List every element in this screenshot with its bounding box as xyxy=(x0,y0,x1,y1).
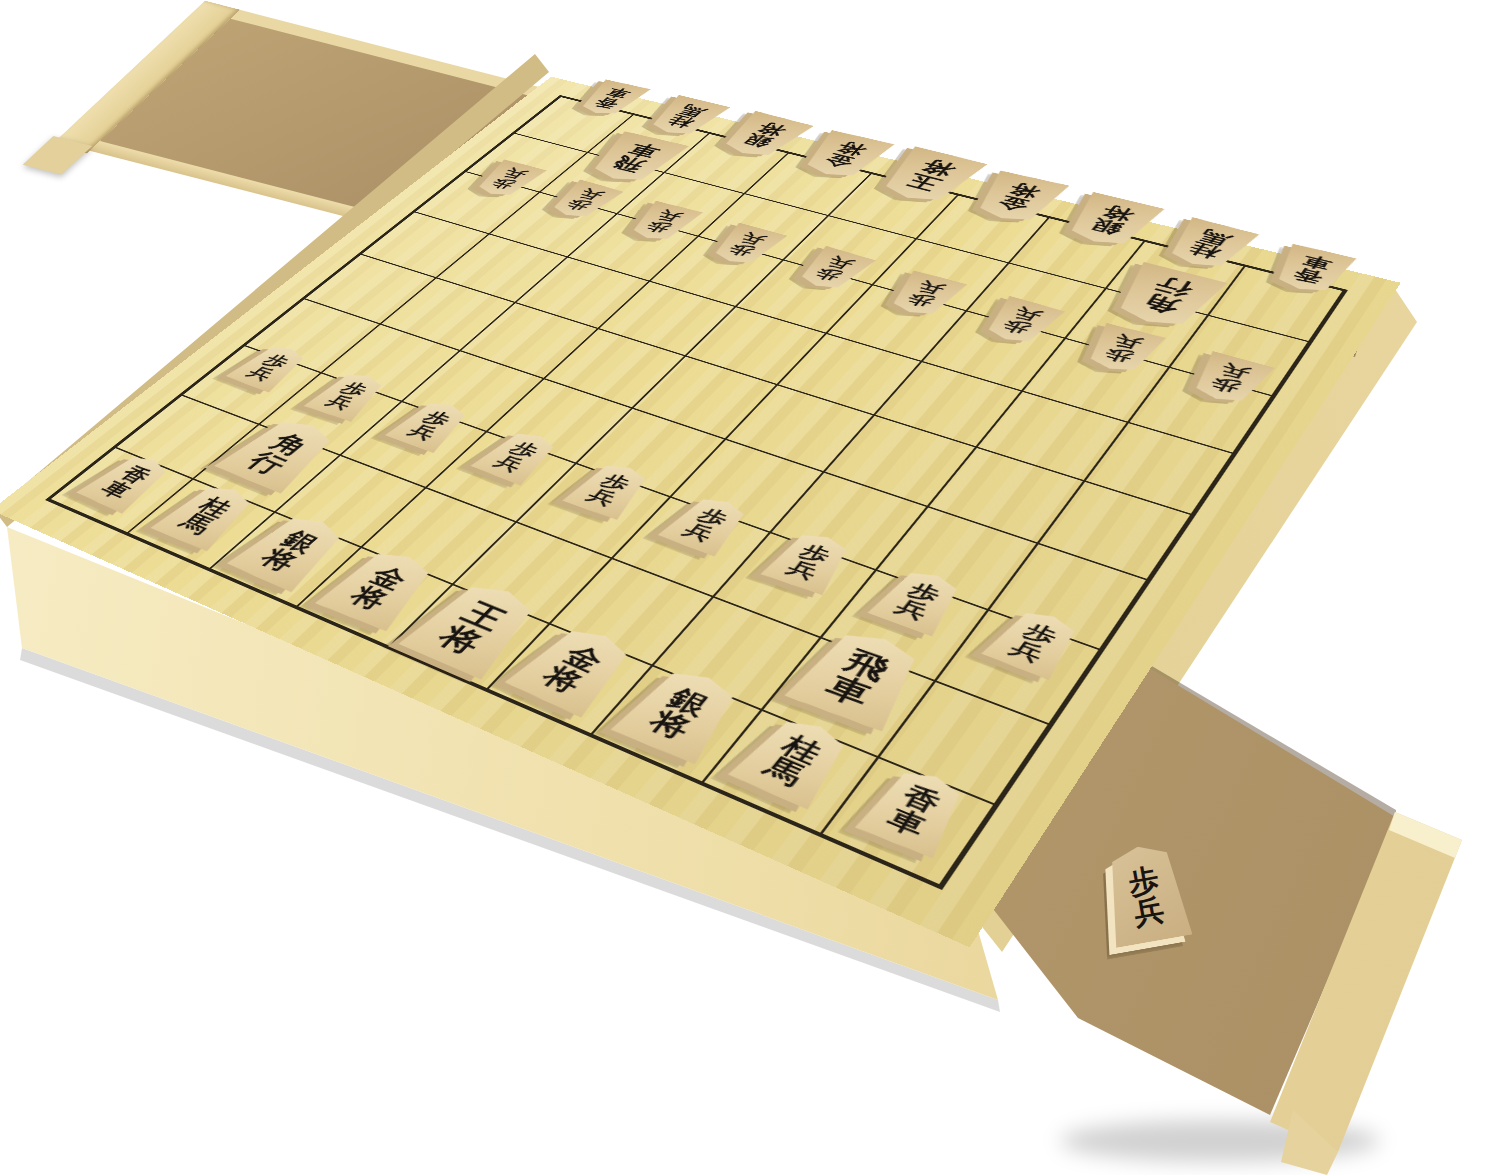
kanji-glyph: 将 xyxy=(345,583,393,614)
kanji-glyph: 車 xyxy=(97,478,136,502)
captured-pawn-in-drawer[interactable]: 歩兵 xyxy=(1096,839,1195,948)
shogi-set-photo: 歩兵 香車桂馬銀将金将玉将金将銀将桂馬香車飛車角行歩兵歩兵歩兵歩兵歩兵歩兵歩兵歩… xyxy=(0,0,1500,1175)
kanji-glyph: 兵 xyxy=(1132,894,1167,929)
kanji-glyph: 馬 xyxy=(174,511,217,537)
kanji-glyph: 兵 xyxy=(323,393,357,413)
kanji-glyph: 将 xyxy=(255,545,302,575)
kanji-glyph: 馬 xyxy=(677,103,711,119)
kanji-glyph: 兵 xyxy=(244,364,278,383)
kanji-glyph: 兵 xyxy=(405,422,440,443)
